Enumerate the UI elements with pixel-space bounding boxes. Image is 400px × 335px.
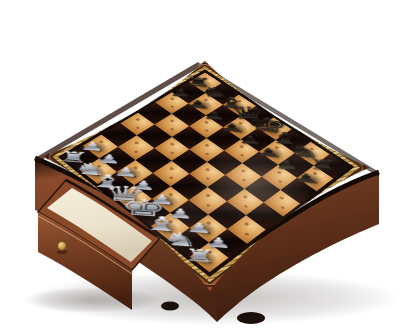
chess-set-photo: ♜♞♝♛♚♝♞♜♟♟♟♟♟♟♟♟♟♟♟♟♟♟♟♟♜♞♝♛♚♝♞♜: [0, 0, 400, 335]
board-scene: ♜♞♝♛♚♝♞♜♟♟♟♟♟♟♟♟♟♟♟♟♟♟♟♟♜♞♝♛♚♝♞♜: [0, 0, 400, 335]
piece-black-pawn-h7[interactable]: ♟: [294, 171, 320, 185]
board-face: ♜♞♝♛♚♝♞♜♟♟♟♟♟♟♟♟♟♟♟♟♟♟♟♟♜♞♝♛♚♝♞♜: [34, 56, 378, 298]
piece-white-rook-h1[interactable]: ♜: [183, 246, 217, 265]
chess-board-grid: ♜♞♝♛♚♝♞♜♟♟♟♟♟♟♟♟♟♟♟♟♟♟♟♟♜♞♝♛♚♝♞♜: [64, 72, 349, 272]
